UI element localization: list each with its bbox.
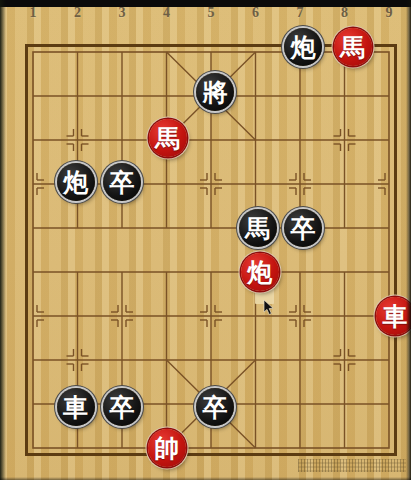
piece-red-cannon[interactable]: 炮 — [241, 253, 279, 291]
piece-red-general[interactable]: 帥 — [148, 429, 186, 467]
column-label-3: 3 — [119, 5, 126, 21]
piece-black-soldier[interactable]: 卒 — [196, 388, 234, 426]
piece-black-soldier[interactable]: 卒 — [284, 209, 322, 247]
piece-black-general[interactable]: 將 — [196, 73, 234, 111]
column-label-7: 7 — [297, 5, 304, 21]
column-label-8: 8 — [341, 5, 348, 21]
piece-red-horse[interactable]: 馬 — [334, 28, 372, 66]
column-label-1: 1 — [30, 5, 37, 21]
piece-red-horse[interactable]: 馬 — [149, 119, 187, 157]
piece-black-chariot[interactable]: 車 — [57, 388, 95, 426]
piece-red-chariot[interactable]: 車 — [376, 297, 411, 335]
watermark — [298, 459, 406, 472]
column-label-5: 5 — [208, 5, 215, 21]
xiangqi-app-screen: 123456789 炮馬將馬炮卒馬卒炮車車卒卒帥 — [0, 0, 411, 480]
piece-black-horse[interactable]: 馬 — [239, 209, 277, 247]
mouse-cursor-icon — [263, 300, 275, 316]
piece-black-cannon[interactable]: 炮 — [57, 163, 95, 201]
column-label-2: 2 — [74, 5, 81, 21]
piece-black-cannon[interactable]: 炮 — [284, 28, 322, 66]
column-label-9: 9 — [386, 5, 393, 21]
piece-black-soldier[interactable]: 卒 — [103, 163, 141, 201]
column-label-6: 6 — [252, 5, 259, 21]
piece-black-soldier[interactable]: 卒 — [103, 388, 141, 426]
column-label-4: 4 — [163, 5, 170, 21]
